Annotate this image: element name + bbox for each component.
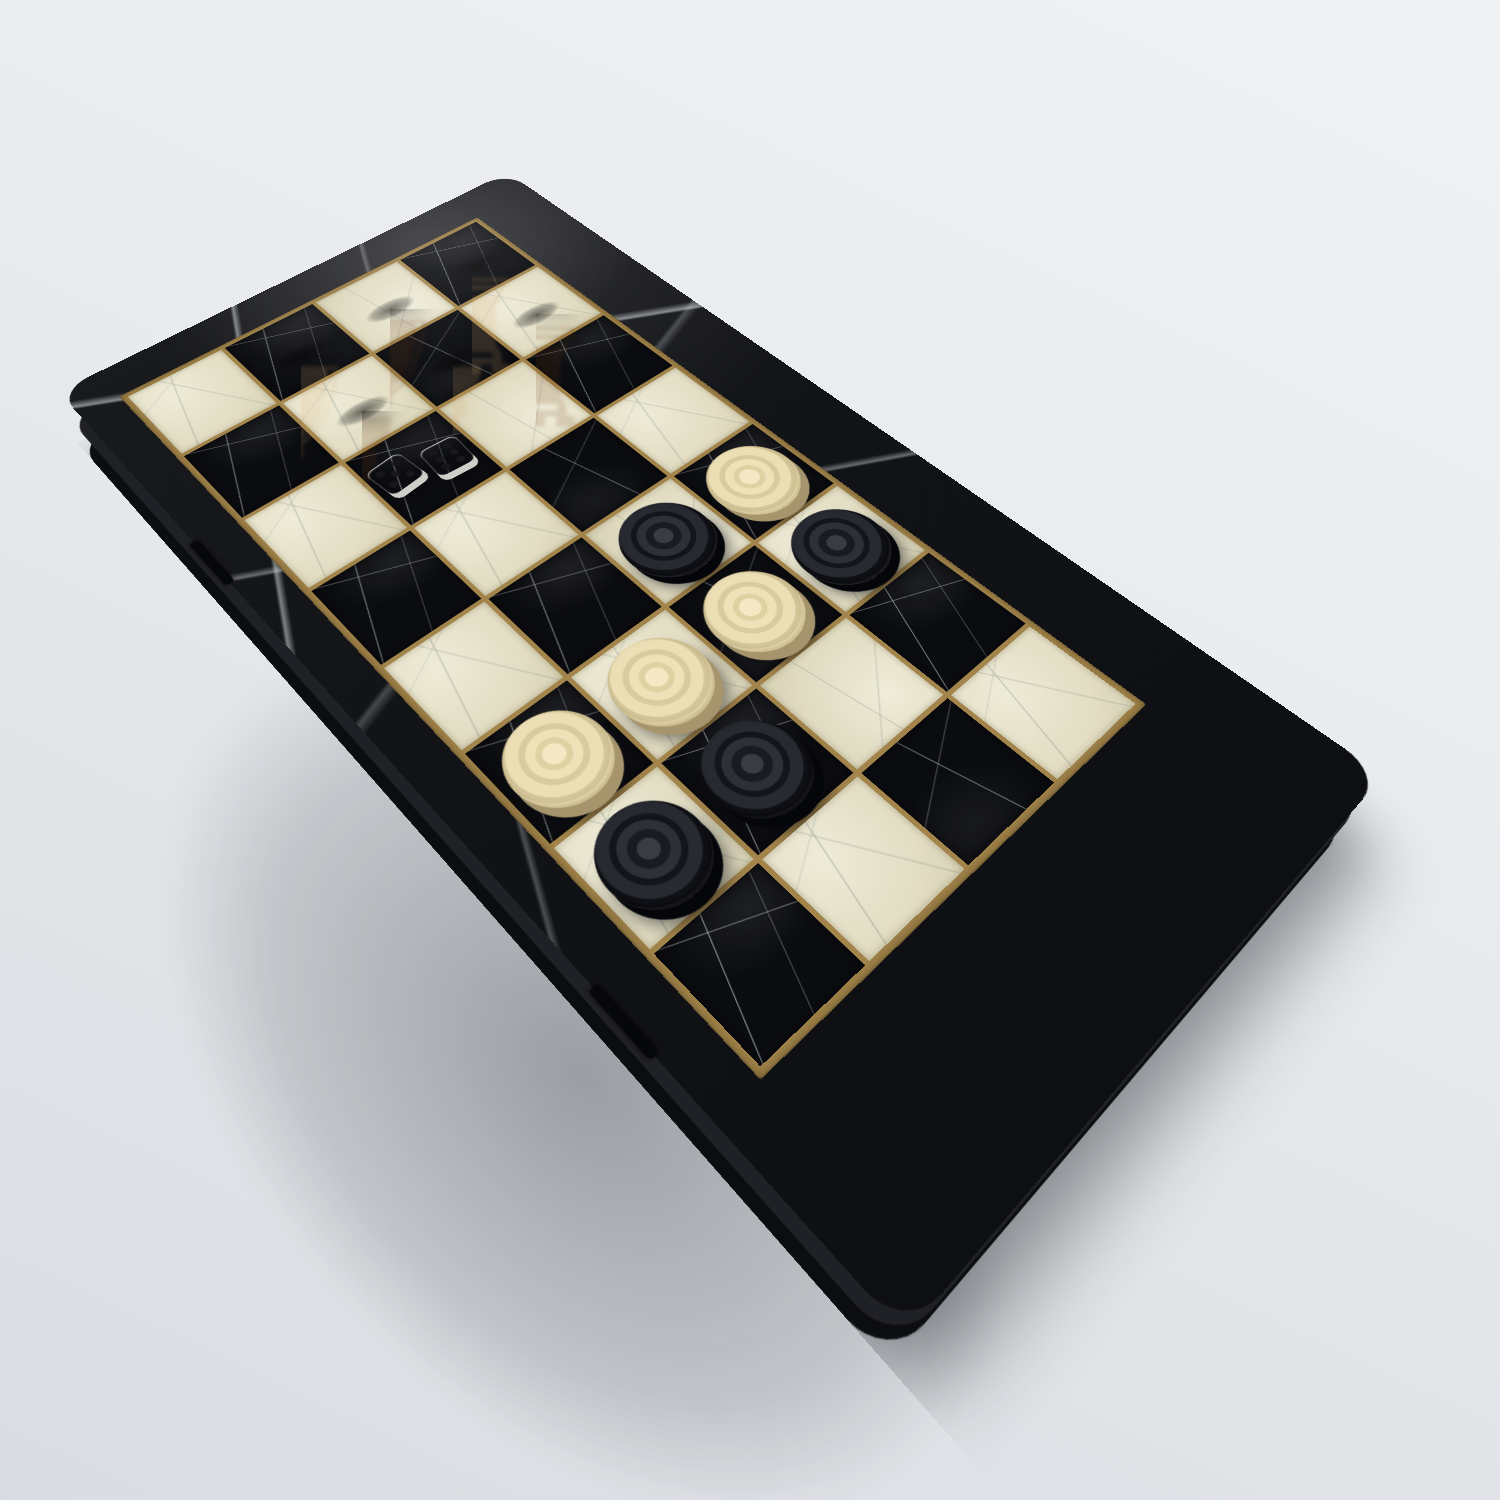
product-photo-scene: ♞♞♞♞♜♜♟♟♟♟♜♜ bbox=[0, 0, 1500, 1500]
die-pip bbox=[391, 459, 403, 468]
die-pip bbox=[442, 441, 454, 449]
light-pawn-glyph: ♟ bbox=[411, 272, 494, 364]
dark-pawn-glyph: ♟ bbox=[320, 318, 406, 414]
die-pip bbox=[440, 462, 452, 471]
die-pip bbox=[390, 470, 402, 479]
die-pip bbox=[455, 454, 467, 462]
hinge-icon bbox=[189, 540, 235, 586]
die-2-showing-6[interactable] bbox=[417, 434, 477, 477]
die-pip bbox=[388, 480, 400, 489]
die-pip bbox=[404, 469, 416, 478]
die-pip bbox=[434, 455, 446, 463]
die-pip bbox=[427, 448, 439, 456]
die-pip bbox=[448, 447, 460, 455]
die-pip bbox=[375, 470, 387, 479]
die-1-showing-5[interactable] bbox=[365, 452, 427, 496]
